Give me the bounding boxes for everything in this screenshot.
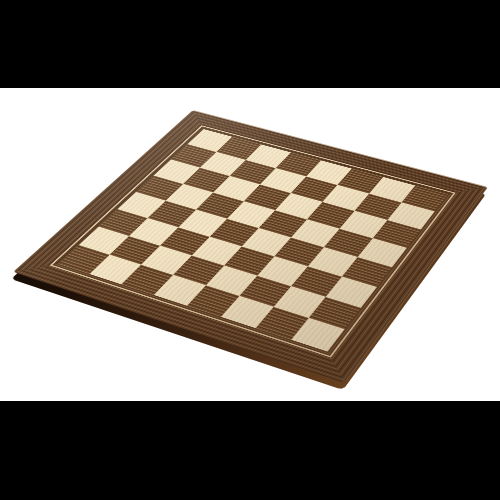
chess-board [13,110,488,383]
letterbox-background [0,0,500,500]
board-scene [0,0,500,500]
